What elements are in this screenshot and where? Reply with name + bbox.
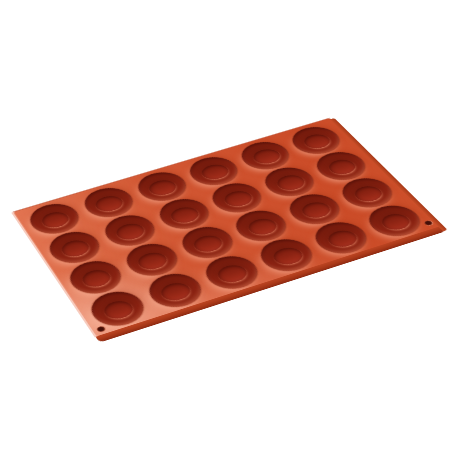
cavity-grid xyxy=(13,118,440,337)
silicone-mold xyxy=(13,118,440,337)
photo-stage xyxy=(0,0,460,460)
